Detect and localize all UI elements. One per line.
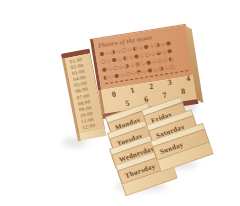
product-photo-wooden-stamp-set: Phases of the moon ●◇◑◇○◇◐◇●◇◑◇● ○◇●◇◐◇●… xyxy=(0,0,240,206)
